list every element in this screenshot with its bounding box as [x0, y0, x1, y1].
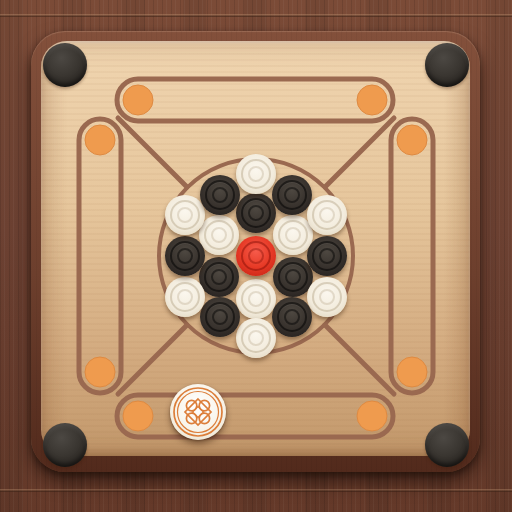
carrom-man-black: [272, 297, 312, 337]
carrom-man-white: [199, 215, 239, 255]
pieces-layer: [0, 0, 512, 512]
carrom-man-black: [272, 175, 312, 215]
carrom-man-white: [236, 154, 276, 194]
carrom-man-white: [236, 318, 276, 358]
carrom-man-white: [307, 277, 347, 317]
carrom-man-black: [200, 297, 240, 337]
striker[interactable]: [170, 384, 226, 440]
carrom-man-black: [307, 236, 347, 276]
carrom-man-black: [236, 193, 276, 233]
carrom-man-black: [165, 236, 205, 276]
carrom-man-black: [199, 257, 239, 297]
carrom-man-white: [165, 277, 205, 317]
carrom-game-screen: [0, 0, 512, 512]
carrom-man-black: [200, 175, 240, 215]
carrom-man-white: [165, 195, 205, 235]
endless-knot-icon: [170, 384, 226, 440]
carrom-man-white: [236, 279, 276, 319]
queen-piece: [236, 236, 276, 276]
carrom-man-white: [307, 195, 347, 235]
